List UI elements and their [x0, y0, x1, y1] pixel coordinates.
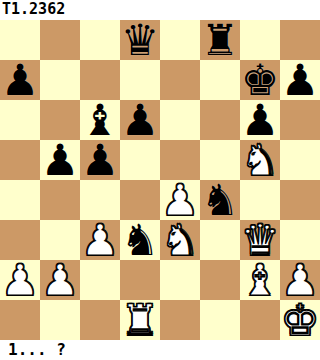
square-e7[interactable] — [160, 60, 200, 100]
square-h6[interactable] — [280, 100, 320, 140]
square-a7[interactable]: ♟ — [0, 60, 40, 100]
white-pawn-piece: ♟ — [161, 180, 200, 220]
square-g8[interactable] — [240, 20, 280, 60]
square-f8[interactable]: ♜ — [200, 20, 240, 60]
square-f1[interactable] — [200, 300, 240, 340]
square-g4[interactable] — [240, 180, 280, 220]
white-queen-piece: ♛ — [241, 220, 280, 260]
square-b2[interactable]: ♟ — [40, 260, 80, 300]
square-b8[interactable] — [40, 20, 80, 60]
square-d8[interactable]: ♛ — [120, 20, 160, 60]
square-d3[interactable]: ♞ — [120, 220, 160, 260]
chess-board: ♛♜♟♚♟♝♟♟♟♟♞♟♞♟♞♞♛♟♟♝♟♜♚ — [0, 20, 320, 340]
square-a3[interactable] — [0, 220, 40, 260]
square-f6[interactable] — [200, 100, 240, 140]
square-a1[interactable] — [0, 300, 40, 340]
black-pawn-piece: ♟ — [41, 140, 80, 180]
square-h3[interactable] — [280, 220, 320, 260]
square-g1[interactable] — [240, 300, 280, 340]
chess-puzzle-page: T1.2362 ♛♜♟♚♟♝♟♟♟♟♞♟♞♟♞♞♛♟♟♝♟♜♚ 1... ? — [0, 0, 320, 360]
square-d2[interactable] — [120, 260, 160, 300]
square-c4[interactable] — [80, 180, 120, 220]
black-queen-piece: ♛ — [121, 20, 160, 60]
move-prompt: 1... ? — [0, 340, 320, 360]
square-b4[interactable] — [40, 180, 80, 220]
square-e6[interactable] — [160, 100, 200, 140]
square-h1[interactable]: ♚ — [280, 300, 320, 340]
black-pawn-piece: ♟ — [241, 100, 280, 140]
square-d5[interactable] — [120, 140, 160, 180]
square-b6[interactable] — [40, 100, 80, 140]
square-e5[interactable] — [160, 140, 200, 180]
square-f4[interactable]: ♞ — [200, 180, 240, 220]
square-d7[interactable] — [120, 60, 160, 100]
square-c1[interactable] — [80, 300, 120, 340]
square-e4[interactable]: ♟ — [160, 180, 200, 220]
white-knight-piece: ♞ — [161, 220, 200, 260]
square-d4[interactable] — [120, 180, 160, 220]
black-pawn-piece: ♟ — [1, 60, 40, 100]
white-bishop-piece: ♝ — [241, 260, 280, 300]
white-knight-piece: ♞ — [241, 140, 280, 180]
square-c3[interactable]: ♟ — [80, 220, 120, 260]
black-knight-piece: ♞ — [201, 180, 240, 220]
square-c8[interactable] — [80, 20, 120, 60]
square-e1[interactable] — [160, 300, 200, 340]
square-h5[interactable] — [280, 140, 320, 180]
square-h7[interactable]: ♟ — [280, 60, 320, 100]
square-e2[interactable] — [160, 260, 200, 300]
square-g3[interactable]: ♛ — [240, 220, 280, 260]
square-g7[interactable]: ♚ — [240, 60, 280, 100]
square-f5[interactable] — [200, 140, 240, 180]
white-pawn-piece: ♟ — [81, 220, 120, 260]
square-c5[interactable]: ♟ — [80, 140, 120, 180]
square-e3[interactable]: ♞ — [160, 220, 200, 260]
square-c2[interactable] — [80, 260, 120, 300]
white-king-piece: ♚ — [281, 300, 320, 340]
white-pawn-piece: ♟ — [281, 260, 320, 300]
square-a2[interactable]: ♟ — [0, 260, 40, 300]
black-rook-piece: ♜ — [201, 20, 240, 60]
square-a5[interactable] — [0, 140, 40, 180]
white-pawn-piece: ♟ — [41, 260, 80, 300]
square-g6[interactable]: ♟ — [240, 100, 280, 140]
square-g5[interactable]: ♞ — [240, 140, 280, 180]
square-a4[interactable] — [0, 180, 40, 220]
black-pawn-piece: ♟ — [121, 100, 160, 140]
square-d1[interactable]: ♜ — [120, 300, 160, 340]
square-b1[interactable] — [40, 300, 80, 340]
square-h2[interactable]: ♟ — [280, 260, 320, 300]
square-f2[interactable] — [200, 260, 240, 300]
black-king-piece: ♚ — [241, 60, 280, 100]
black-pawn-piece: ♟ — [281, 60, 320, 100]
square-e8[interactable] — [160, 20, 200, 60]
puzzle-title: T1.2362 — [0, 0, 320, 20]
square-b7[interactable] — [40, 60, 80, 100]
square-a6[interactable] — [0, 100, 40, 140]
white-rook-piece: ♜ — [121, 300, 160, 340]
black-pawn-piece: ♟ — [81, 140, 120, 180]
square-b5[interactable]: ♟ — [40, 140, 80, 180]
black-knight-piece: ♞ — [121, 220, 160, 260]
square-f7[interactable] — [200, 60, 240, 100]
square-c6[interactable]: ♝ — [80, 100, 120, 140]
square-f3[interactable] — [200, 220, 240, 260]
square-d6[interactable]: ♟ — [120, 100, 160, 140]
white-pawn-piece: ♟ — [1, 260, 40, 300]
square-b3[interactable] — [40, 220, 80, 260]
square-g2[interactable]: ♝ — [240, 260, 280, 300]
black-bishop-piece: ♝ — [81, 100, 120, 140]
square-h8[interactable] — [280, 20, 320, 60]
square-a8[interactable] — [0, 20, 40, 60]
square-c7[interactable] — [80, 60, 120, 100]
square-h4[interactable] — [280, 180, 320, 220]
